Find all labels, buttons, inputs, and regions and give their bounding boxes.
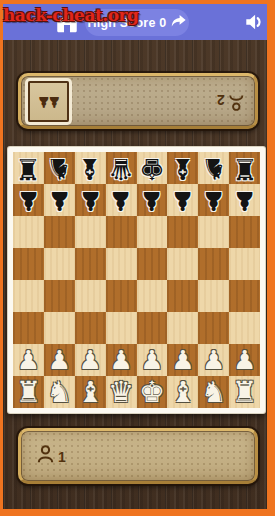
square-c2[interactable]: ♟ (75, 344, 106, 376)
square-h1[interactable]: ♜ (229, 376, 260, 408)
square-h4[interactable] (229, 280, 260, 312)
square-a4[interactable] (13, 280, 44, 312)
square-f4[interactable] (167, 280, 198, 312)
square-e1[interactable]: ♚ (137, 376, 168, 408)
square-c8[interactable]: ♝ (75, 152, 106, 184)
square-d7[interactable]: ♟ (106, 184, 137, 216)
piece-bP: ♟ (79, 185, 102, 216)
square-b2[interactable]: ♟ (44, 344, 75, 376)
square-b5[interactable] (44, 248, 75, 280)
square-b8[interactable]: ♞ (44, 152, 75, 184)
square-d2[interactable]: ♟ (106, 344, 137, 376)
square-c5[interactable] (75, 248, 106, 280)
square-b7[interactable]: ♟ (44, 184, 75, 216)
square-c1[interactable]: ♝ (75, 376, 106, 408)
square-a2[interactable]: ♟ (13, 344, 44, 376)
square-f5[interactable] (167, 248, 198, 280)
piece-bN: ♞ (201, 153, 227, 184)
square-e5[interactable] (137, 248, 168, 280)
piece-wN: ♞ (201, 377, 227, 408)
square-c7[interactable]: ♟ (75, 184, 106, 216)
square-c4[interactable] (75, 280, 106, 312)
square-e3[interactable] (137, 312, 168, 344)
square-g4[interactable] (198, 280, 229, 312)
piece-bB: ♝ (77, 153, 103, 184)
piece-bR: ♜ (15, 153, 41, 184)
piece-wQ: ♛ (108, 377, 134, 408)
square-d1[interactable]: ♛ (106, 376, 137, 408)
piece-bB: ♝ (170, 153, 196, 184)
piece-wP: ♟ (202, 345, 225, 376)
piece-bP: ♟ (17, 185, 40, 216)
square-f3[interactable] (167, 312, 198, 344)
speaker-icon (243, 19, 265, 36)
piece-wR: ♜ (15, 377, 41, 408)
square-e4[interactable] (137, 280, 168, 312)
piece-bP: ♟ (109, 185, 132, 216)
square-f1[interactable]: ♝ (167, 376, 198, 408)
square-b6[interactable] (44, 216, 75, 248)
piece-wR: ♜ (232, 377, 258, 408)
game-screen: High Score 0 ♟♟ (3, 4, 267, 509)
player-icon (35, 444, 56, 469)
square-e6[interactable] (137, 216, 168, 248)
piece-bQ: ♛ (108, 153, 134, 184)
square-h5[interactable] (229, 248, 260, 280)
watermark: hack-cheat.org (3, 5, 138, 25)
player2-panel: ♟♟ 2 (18, 73, 258, 129)
square-h7[interactable]: ♟ (229, 184, 260, 216)
piece-wB: ♝ (170, 377, 196, 408)
piece-bP: ♟ (171, 185, 194, 216)
square-f6[interactable] (167, 216, 198, 248)
piece-wP: ♟ (79, 345, 102, 376)
player1-panel: 1 (18, 428, 258, 484)
player1-number: 1 (58, 449, 66, 465)
two-pawns-icon: ♟♟ (37, 94, 61, 109)
square-c3[interactable] (75, 312, 106, 344)
square-e8[interactable]: ♚ (137, 152, 168, 184)
piece-wP: ♟ (17, 345, 40, 376)
square-h6[interactable] (229, 216, 260, 248)
piece-wP: ♟ (233, 345, 256, 376)
square-d6[interactable] (106, 216, 137, 248)
square-e7[interactable]: ♟ (137, 184, 168, 216)
square-c6[interactable] (75, 216, 106, 248)
square-g1[interactable]: ♞ (198, 376, 229, 408)
piece-bP: ♟ (48, 185, 71, 216)
square-e2[interactable]: ♟ (137, 344, 168, 376)
piece-wP: ♟ (140, 345, 163, 376)
square-f7[interactable]: ♟ (167, 184, 198, 216)
piece-bP: ♟ (233, 185, 256, 216)
square-a6[interactable] (13, 216, 44, 248)
square-b4[interactable] (44, 280, 75, 312)
app-window: High Score 0 ♟♟ (0, 0, 275, 516)
sound-button[interactable] (243, 11, 265, 33)
square-a3[interactable] (13, 312, 44, 344)
piece-bR: ♜ (232, 153, 258, 184)
square-g2[interactable]: ♟ (198, 344, 229, 376)
square-g5[interactable] (198, 248, 229, 280)
piece-wN: ♞ (46, 377, 72, 408)
piece-bK: ♚ (139, 153, 165, 184)
piece-wB: ♝ (77, 377, 103, 408)
square-d3[interactable] (106, 312, 137, 344)
square-b1[interactable]: ♞ (44, 376, 75, 408)
piece-bP: ♟ (202, 185, 225, 216)
square-h8[interactable]: ♜ (229, 152, 260, 184)
player2-number: 2 (217, 93, 225, 109)
square-g8[interactable]: ♞ (198, 152, 229, 184)
square-f8[interactable]: ♝ (167, 152, 198, 184)
piece-wP: ♟ (48, 345, 71, 376)
piece-wP: ♟ (109, 345, 132, 376)
square-a5[interactable] (13, 248, 44, 280)
square-a1[interactable]: ♜ (13, 376, 44, 408)
square-g7[interactable]: ♟ (198, 184, 229, 216)
share-arrow-icon (171, 14, 186, 31)
square-h2[interactable]: ♟ (229, 344, 260, 376)
square-d8[interactable]: ♛ (106, 152, 137, 184)
player1-badge: 1 (35, 444, 66, 469)
player-icon (227, 89, 246, 112)
square-f2[interactable]: ♟ (167, 344, 198, 376)
chess-board-frame: ♜♞♝♛♚♝♞♜♟♟♟♟♟♟♟♟♟♟♟♟♟♟♟♟♜♞♝♛♚♝♞♜ (8, 147, 265, 413)
square-a7[interactable]: ♟ (13, 184, 44, 216)
piece-wK: ♚ (139, 377, 165, 408)
piece-bN: ♞ (46, 153, 72, 184)
square-d5[interactable] (106, 248, 137, 280)
square-a8[interactable]: ♜ (13, 152, 44, 184)
piece-wP: ♟ (171, 345, 194, 376)
square-g3[interactable] (198, 312, 229, 344)
piece-bP: ♟ (140, 185, 163, 216)
square-g6[interactable] (198, 216, 229, 248)
player2-badge: 2 (217, 89, 246, 112)
player2-captured-tray: ♟♟ (28, 81, 69, 122)
chess-board: ♜♞♝♛♚♝♞♜♟♟♟♟♟♟♟♟♟♟♟♟♟♟♟♟♜♞♝♛♚♝♞♜ (13, 152, 260, 408)
square-b3[interactable] (44, 312, 75, 344)
square-d4[interactable] (106, 280, 137, 312)
square-h3[interactable] (229, 312, 260, 344)
